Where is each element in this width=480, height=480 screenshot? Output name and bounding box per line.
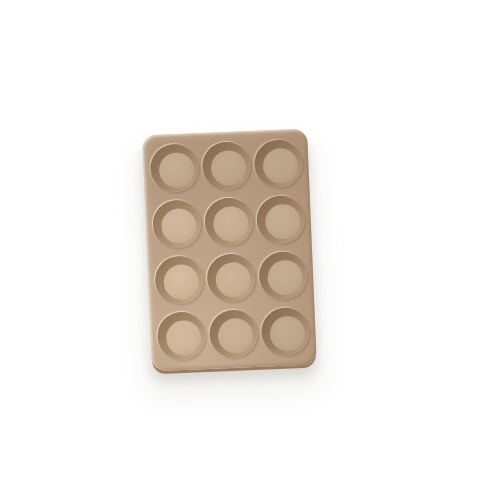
muffin-cup-bottom [215,261,251,297]
muffin-cup-r4c3 [260,307,310,357]
muffin-cup-r4c1 [157,311,207,361]
cup-grid [147,135,312,365]
muffin-cup-r3c3 [258,251,308,301]
muffin-cup-r2c2 [204,197,254,247]
muffin-cup-r2c1 [152,199,202,249]
muffin-cup-bottom [160,207,196,243]
muffin-cup-bottom [262,147,298,183]
muffin-cup-r2c3 [256,195,306,245]
muffin-cup-bottom [266,259,302,295]
muffin-cup-r1c1 [150,143,200,193]
muffin-cup-bottom [163,263,199,299]
muffin-cup-r1c2 [201,141,251,191]
muffin-cup-bottom [217,317,253,353]
muffin-cup-r3c1 [154,255,204,305]
muffin-pan [142,129,317,372]
pan-surface [142,129,317,372]
muffin-cup-bottom [212,205,248,241]
muffin-cup-r1c3 [253,139,303,189]
muffin-cup-bottom [269,315,305,351]
muffin-cup-bottom [165,319,201,355]
muffin-cup-bottom [264,203,300,239]
muffin-cup-bottom [158,151,194,187]
photo-background [0,0,480,480]
muffin-cup-r4c2 [209,309,259,359]
muffin-cup-bottom [210,149,246,185]
muffin-cup-r3c2 [206,253,256,303]
